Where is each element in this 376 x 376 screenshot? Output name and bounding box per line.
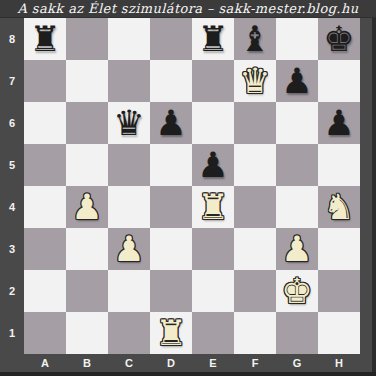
square-h5 [318, 144, 360, 186]
square-c7 [108, 60, 150, 102]
square-d6: ♟ [150, 102, 192, 144]
white-knight: ♞ [323, 186, 354, 228]
black-pawn: ♟ [197, 144, 228, 186]
black-king: ♚ [323, 18, 354, 60]
square-h2 [318, 270, 360, 312]
square-c1 [108, 312, 150, 354]
square-g7: ♟ [276, 60, 318, 102]
frame-right-edge [372, 18, 376, 376]
square-e1 [192, 312, 234, 354]
chess-diagram-window: A sakk az Élet szimulátora – sakk-mester… [0, 0, 376, 376]
black-rook: ♜ [197, 18, 228, 60]
square-a6 [24, 102, 66, 144]
square-f2 [234, 270, 276, 312]
file-label-g: G [276, 354, 318, 372]
title-bar: A sakk az Élet szimulátora – sakk-mester… [0, 0, 376, 18]
square-g2: ♚ [276, 270, 318, 312]
file-label-a: A [24, 354, 66, 372]
rank-label-2: 2 [0, 270, 24, 312]
square-b8 [66, 18, 108, 60]
square-a8: ♜ [24, 18, 66, 60]
square-f6 [234, 102, 276, 144]
file-label-d: D [150, 354, 192, 372]
square-b3 [66, 228, 108, 270]
rank-label-1: 1 [0, 312, 24, 354]
square-g1 [276, 312, 318, 354]
square-c6: ♛ [108, 102, 150, 144]
file-label-h: H [318, 354, 360, 372]
black-bishop: ♝ [239, 18, 270, 60]
title-text: A sakk az Élet szimulátora – sakk-mester… [18, 0, 359, 18]
frame-bottom-edge [0, 372, 376, 376]
white-king: ♚ [281, 270, 312, 312]
square-b5 [66, 144, 108, 186]
square-f4 [234, 186, 276, 228]
rank-label-5: 5 [0, 144, 24, 186]
square-h1 [318, 312, 360, 354]
square-d5 [150, 144, 192, 186]
square-b7 [66, 60, 108, 102]
square-e8: ♜ [192, 18, 234, 60]
white-queen: ♛ [239, 60, 270, 102]
square-g8 [276, 18, 318, 60]
square-f8: ♝ [234, 18, 276, 60]
square-g3: ♟ [276, 228, 318, 270]
square-e2 [192, 270, 234, 312]
square-c3: ♟ [108, 228, 150, 270]
rank-label-3: 3 [0, 228, 24, 270]
white-rook: ♜ [155, 312, 186, 354]
square-g5 [276, 144, 318, 186]
chess-board: ♜♜♝♚♛♟♛♟♟♟♟♜♞♟♟♚♜ [24, 18, 360, 354]
square-c8 [108, 18, 150, 60]
square-d3 [150, 228, 192, 270]
square-a3 [24, 228, 66, 270]
rank-label-6: 6 [0, 102, 24, 144]
square-a7 [24, 60, 66, 102]
square-c2 [108, 270, 150, 312]
black-queen: ♛ [113, 102, 144, 144]
square-d7 [150, 60, 192, 102]
file-label-b: B [66, 354, 108, 372]
square-h6: ♟ [318, 102, 360, 144]
square-a1 [24, 312, 66, 354]
square-a4 [24, 186, 66, 228]
square-f7: ♛ [234, 60, 276, 102]
square-c4 [108, 186, 150, 228]
black-pawn: ♟ [155, 102, 186, 144]
square-d4 [150, 186, 192, 228]
square-e6 [192, 102, 234, 144]
square-f1 [234, 312, 276, 354]
square-a5 [24, 144, 66, 186]
square-h7 [318, 60, 360, 102]
square-b6 [66, 102, 108, 144]
black-pawn: ♟ [323, 102, 354, 144]
square-a2 [24, 270, 66, 312]
white-pawn: ♟ [281, 228, 312, 270]
file-label-f: F [234, 354, 276, 372]
square-b1 [66, 312, 108, 354]
file-labels: ABCDEFGH [24, 354, 360, 372]
rank-label-8: 8 [0, 18, 24, 60]
square-e5: ♟ [192, 144, 234, 186]
square-f5 [234, 144, 276, 186]
square-e3 [192, 228, 234, 270]
square-d8 [150, 18, 192, 60]
rank-labels: 87654321 [0, 18, 24, 354]
square-c5 [108, 144, 150, 186]
square-g4 [276, 186, 318, 228]
square-e7 [192, 60, 234, 102]
square-d2 [150, 270, 192, 312]
rank-label-4: 4 [0, 186, 24, 228]
square-h4: ♞ [318, 186, 360, 228]
white-pawn: ♟ [71, 186, 102, 228]
square-h8: ♚ [318, 18, 360, 60]
white-pawn: ♟ [113, 228, 144, 270]
square-h3 [318, 228, 360, 270]
white-rook: ♜ [197, 186, 228, 228]
file-label-c: C [108, 354, 150, 372]
file-label-e: E [192, 354, 234, 372]
black-rook: ♜ [29, 18, 60, 60]
square-f3 [234, 228, 276, 270]
rank-label-7: 7 [0, 60, 24, 102]
black-pawn: ♟ [281, 60, 312, 102]
square-b2 [66, 270, 108, 312]
square-d1: ♜ [150, 312, 192, 354]
square-e4: ♜ [192, 186, 234, 228]
square-g6 [276, 102, 318, 144]
square-b4: ♟ [66, 186, 108, 228]
